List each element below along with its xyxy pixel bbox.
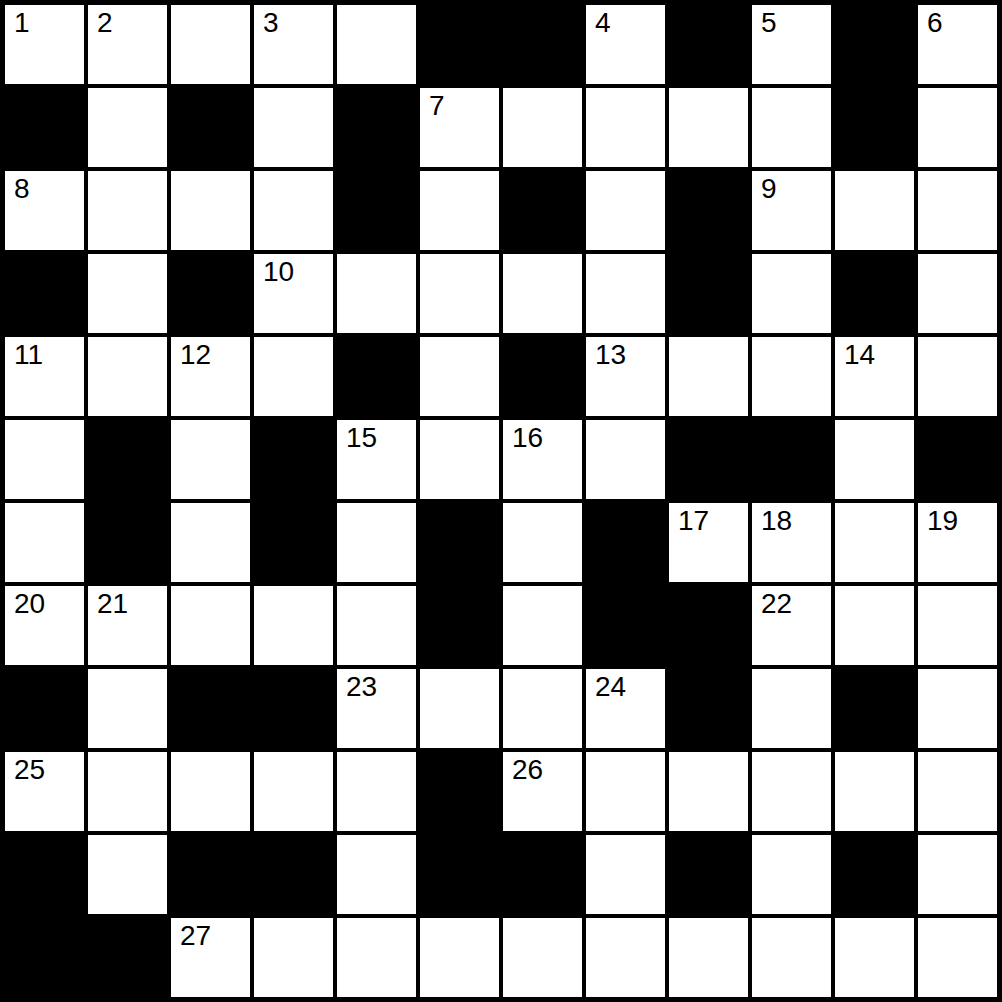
letter-cell[interactable]	[88, 835, 167, 914]
letter-cell[interactable]	[420, 918, 499, 997]
letter-cell[interactable]	[752, 918, 831, 997]
letter-cell[interactable]: 11	[5, 337, 84, 416]
letter-cell[interactable]	[586, 420, 665, 499]
letter-cell[interactable]	[752, 88, 831, 167]
clue-number: 23	[337, 669, 416, 701]
letter-cell[interactable]	[918, 88, 997, 167]
letter-cell[interactable]	[835, 420, 914, 499]
letter-cell[interactable]: 9	[752, 171, 831, 250]
letter-cell[interactable]: 18	[752, 503, 831, 582]
block-cell	[171, 254, 250, 333]
letter-cell[interactable]	[171, 503, 250, 582]
letter-cell[interactable]	[88, 254, 167, 333]
clue-number: 9	[752, 171, 831, 203]
letter-cell[interactable]: 16	[503, 420, 582, 499]
letter-cell[interactable]	[752, 752, 831, 831]
block-cell	[5, 918, 84, 997]
clue-number: 18	[752, 503, 831, 535]
block-cell	[669, 586, 748, 665]
letter-cell[interactable]	[5, 420, 84, 499]
block-cell	[5, 835, 84, 914]
letter-cell[interactable]	[586, 88, 665, 167]
letter-cell[interactable]	[88, 752, 167, 831]
block-cell	[254, 503, 333, 582]
letter-cell[interactable]	[835, 918, 914, 997]
block-cell	[171, 88, 250, 167]
block-cell	[420, 503, 499, 582]
letter-cell[interactable]	[918, 835, 997, 914]
letter-cell[interactable]	[254, 337, 333, 416]
letter-cell[interactable]	[586, 752, 665, 831]
letter-cell[interactable]	[669, 88, 748, 167]
crossword-board: 1234567891011121314151617181920212223242…	[0, 0, 1002, 1002]
block-cell	[586, 503, 665, 582]
letter-cell[interactable]: 20	[5, 586, 84, 665]
letter-cell[interactable]	[254, 752, 333, 831]
letter-cell[interactable]: 3	[254, 5, 333, 84]
clue-number: 11	[5, 337, 84, 369]
block-cell	[669, 669, 748, 748]
letter-cell[interactable]	[669, 337, 748, 416]
letter-cell[interactable]	[5, 503, 84, 582]
block-cell	[835, 254, 914, 333]
letter-cell[interactable]	[337, 5, 416, 84]
clue-number: 21	[88, 586, 167, 618]
letter-cell[interactable]	[420, 254, 499, 333]
letter-cell[interactable]	[586, 835, 665, 914]
letter-cell[interactable]	[171, 752, 250, 831]
clue-number: 14	[835, 337, 914, 369]
letter-cell[interactable]: 15	[337, 420, 416, 499]
letter-cell[interactable]	[420, 669, 499, 748]
letter-cell[interactable]: 4	[586, 5, 665, 84]
letter-cell[interactable]	[586, 171, 665, 250]
clue-number: 17	[669, 503, 748, 535]
block-cell	[420, 5, 499, 84]
letter-cell[interactable]: 6	[918, 5, 997, 84]
letter-cell[interactable]	[752, 669, 831, 748]
block-cell	[669, 5, 748, 84]
letter-cell[interactable]	[918, 669, 997, 748]
block-cell	[420, 586, 499, 665]
clue-number: 2	[88, 5, 167, 37]
clue-number: 19	[918, 503, 997, 535]
letter-cell[interactable]	[88, 337, 167, 416]
block-cell	[503, 337, 582, 416]
letter-cell[interactable]	[337, 752, 416, 831]
letter-cell[interactable]	[752, 254, 831, 333]
clue-number: 10	[254, 254, 333, 286]
clue-number: 15	[337, 420, 416, 452]
clue-number: 5	[752, 5, 831, 37]
letter-cell[interactable]	[503, 918, 582, 997]
block-cell	[669, 420, 748, 499]
clue-number: 25	[5, 752, 84, 784]
block-cell	[918, 420, 997, 499]
letter-cell[interactable]: 13	[586, 337, 665, 416]
letter-cell[interactable]	[254, 918, 333, 997]
letter-cell[interactable]	[918, 752, 997, 831]
block-cell	[254, 669, 333, 748]
block-cell	[88, 503, 167, 582]
letter-cell[interactable]	[337, 503, 416, 582]
block-cell	[5, 669, 84, 748]
letter-cell[interactable]	[254, 586, 333, 665]
letter-cell[interactable]	[420, 171, 499, 250]
letter-cell[interactable]	[918, 586, 997, 665]
letter-cell[interactable]	[835, 752, 914, 831]
clue-number: 8	[5, 171, 84, 203]
letter-cell[interactable]: 8	[5, 171, 84, 250]
letter-cell[interactable]: 7	[420, 88, 499, 167]
block-cell	[5, 254, 84, 333]
letter-cell[interactable]	[586, 254, 665, 333]
block-cell	[88, 420, 167, 499]
letter-cell[interactable]	[88, 171, 167, 250]
letter-cell[interactable]	[752, 337, 831, 416]
clue-number: 7	[420, 88, 499, 120]
clue-number: 22	[752, 586, 831, 618]
letter-cell[interactable]	[835, 586, 914, 665]
letter-cell[interactable]	[337, 835, 416, 914]
block-cell	[669, 254, 748, 333]
letter-cell[interactable]	[420, 337, 499, 416]
clue-number: 4	[586, 5, 665, 37]
block-cell	[503, 835, 582, 914]
letter-cell[interactable]	[254, 171, 333, 250]
letter-cell[interactable]: 25	[5, 752, 84, 831]
letter-cell[interactable]	[337, 918, 416, 997]
letter-cell[interactable]	[337, 586, 416, 665]
block-cell	[5, 88, 84, 167]
letter-cell[interactable]: 22	[752, 586, 831, 665]
letter-cell[interactable]: 24	[586, 669, 665, 748]
clue-number: 3	[254, 5, 333, 37]
block-cell	[420, 835, 499, 914]
block-cell	[337, 88, 416, 167]
letter-cell[interactable]	[503, 503, 582, 582]
letter-cell[interactable]	[669, 918, 748, 997]
block-cell	[835, 88, 914, 167]
clue-number: 6	[918, 5, 997, 37]
letter-cell[interactable]: 21	[88, 586, 167, 665]
letter-cell[interactable]: 5	[752, 5, 831, 84]
letter-cell[interactable]	[918, 171, 997, 250]
letter-cell[interactable]	[420, 420, 499, 499]
letter-cell[interactable]	[171, 586, 250, 665]
letter-cell[interactable]	[835, 503, 914, 582]
letter-cell[interactable]: 2	[88, 5, 167, 84]
block-cell	[254, 420, 333, 499]
clue-number: 20	[5, 586, 84, 618]
clue-number: 26	[503, 752, 582, 784]
letter-cell[interactable]	[918, 254, 997, 333]
letter-cell[interactable]: 27	[171, 918, 250, 997]
block-cell	[835, 5, 914, 84]
block-cell	[669, 835, 748, 914]
letter-cell[interactable]	[503, 254, 582, 333]
letter-cell[interactable]	[669, 752, 748, 831]
block-cell	[835, 669, 914, 748]
letter-cell[interactable]	[337, 254, 416, 333]
block-cell	[752, 420, 831, 499]
letter-cell[interactable]: 12	[171, 337, 250, 416]
letter-cell[interactable]	[586, 918, 665, 997]
clue-number: 27	[171, 918, 250, 950]
letter-cell[interactable]: 26	[503, 752, 582, 831]
block-cell	[88, 918, 167, 997]
letter-cell[interactable]: 14	[835, 337, 914, 416]
letter-cell[interactable]	[918, 918, 997, 997]
block-cell	[669, 171, 748, 250]
block-cell	[171, 669, 250, 748]
clue-number: 12	[171, 337, 250, 369]
block-cell	[254, 835, 333, 914]
letter-cell[interactable]	[171, 420, 250, 499]
block-cell	[586, 586, 665, 665]
letter-cell[interactable]: 17	[669, 503, 748, 582]
letter-cell[interactable]: 23	[337, 669, 416, 748]
letter-cell[interactable]	[752, 835, 831, 914]
letter-cell[interactable]	[503, 586, 582, 665]
clue-number: 24	[586, 669, 665, 701]
letter-cell[interactable]	[503, 88, 582, 167]
letter-cell[interactable]	[171, 171, 250, 250]
letter-cell[interactable]	[835, 171, 914, 250]
block-cell	[503, 171, 582, 250]
block-cell	[835, 835, 914, 914]
letter-cell[interactable]	[88, 669, 167, 748]
letter-cell[interactable]	[503, 669, 582, 748]
block-cell	[337, 337, 416, 416]
block-cell	[337, 171, 416, 250]
letter-cell[interactable]: 1	[5, 5, 84, 84]
block-cell	[503, 5, 582, 84]
clue-number: 13	[586, 337, 665, 369]
letter-cell[interactable]	[171, 5, 250, 84]
block-cell	[420, 752, 499, 831]
clue-number: 1	[5, 5, 84, 37]
clue-number: 16	[503, 420, 582, 452]
letter-cell[interactable]	[254, 88, 333, 167]
letter-cell[interactable]	[918, 337, 997, 416]
letter-cell[interactable]: 19	[918, 503, 997, 582]
letter-cell[interactable]	[88, 88, 167, 167]
block-cell	[171, 835, 250, 914]
letter-cell[interactable]: 10	[254, 254, 333, 333]
